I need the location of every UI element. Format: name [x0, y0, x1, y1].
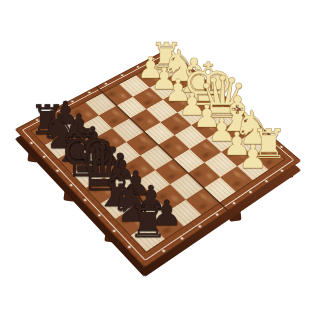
chess-board	[15, 48, 302, 267]
chess-set-product-photo: ♜♞♝♛♚♝♞♜♟♟♟♟♟♟♟♟♟♟♟♟♟♟♟♟♜♞♝♛♚♝♞♜	[0, 0, 310, 310]
